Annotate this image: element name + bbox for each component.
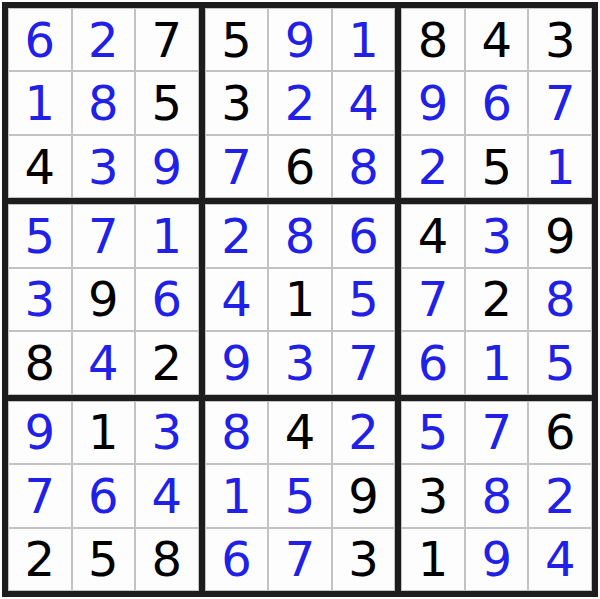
cell-r8c4[interactable]: 1 [205,464,269,527]
cell-r7c7[interactable]: 5 [401,401,465,464]
cell-r2c9[interactable]: 7 [528,71,592,134]
cell-r5c8[interactable]: 2 [465,268,529,331]
cell-r8c6[interactable]: 9 [332,464,396,527]
cell-r7c9[interactable]: 6 [528,401,592,464]
cell-r7c8[interactable]: 7 [465,401,529,464]
cell-r4c3[interactable]: 1 [135,204,199,267]
cell-r2c2[interactable]: 8 [72,71,136,134]
box-r3c2: 842159673 [205,401,396,591]
cell-r1c7[interactable]: 8 [401,8,465,71]
box-r2c3: 439728615 [401,204,592,394]
box-r2c2: 286415937 [205,204,396,394]
cell-r5c3[interactable]: 6 [135,268,199,331]
cell-r4c2[interactable]: 7 [72,204,136,267]
cell-r9c8[interactable]: 9 [465,528,529,591]
cell-r7c5[interactable]: 4 [268,401,332,464]
cell-r8c8[interactable]: 8 [465,464,529,527]
cell-r3c6[interactable]: 8 [332,135,396,198]
cell-r2c7[interactable]: 9 [401,71,465,134]
cell-r9c3[interactable]: 8 [135,528,199,591]
cell-r8c3[interactable]: 4 [135,464,199,527]
cell-r2c3[interactable]: 5 [135,71,199,134]
cell-r4c9[interactable]: 9 [528,204,592,267]
cell-r1c4[interactable]: 5 [205,8,269,71]
cell-r9c1[interactable]: 2 [8,528,72,591]
cell-r3c4[interactable]: 7 [205,135,269,198]
cell-r2c4[interactable]: 3 [205,71,269,134]
cell-r3c1[interactable]: 4 [8,135,72,198]
cell-r4c1[interactable]: 5 [8,204,72,267]
cell-r8c9[interactable]: 2 [528,464,592,527]
cell-r9c5[interactable]: 7 [268,528,332,591]
cell-r7c6[interactable]: 2 [332,401,396,464]
cell-r8c7[interactable]: 3 [401,464,465,527]
cell-r1c1[interactable]: 6 [8,8,72,71]
cell-r2c8[interactable]: 6 [465,71,529,134]
cell-r7c4[interactable]: 8 [205,401,269,464]
cell-r5c7[interactable]: 7 [401,268,465,331]
box-r1c2: 591324768 [205,8,396,198]
box-r3c1: 913764258 [8,401,199,591]
cell-r1c3[interactable]: 7 [135,8,199,71]
cell-r4c5[interactable]: 8 [268,204,332,267]
cell-r8c2[interactable]: 6 [72,464,136,527]
sudoku-page: 6271854395913247688439672515713968422864… [0,0,600,599]
box-r3c3: 576382194 [401,401,592,591]
cell-r5c9[interactable]: 8 [528,268,592,331]
cell-r6c7[interactable]: 6 [401,331,465,394]
cell-r6c1[interactable]: 8 [8,331,72,394]
cell-r9c9[interactable]: 4 [528,528,592,591]
cell-r9c7[interactable]: 1 [401,528,465,591]
cell-r8c1[interactable]: 7 [8,464,72,527]
cell-r5c1[interactable]: 3 [8,268,72,331]
cell-r1c2[interactable]: 2 [72,8,136,71]
sudoku-board: 6271854395913247688439672515713968422864… [2,2,598,597]
cell-r7c1[interactable]: 9 [8,401,72,464]
cell-r5c2[interactable]: 9 [72,268,136,331]
cell-r2c6[interactable]: 4 [332,71,396,134]
cell-r6c4[interactable]: 9 [205,331,269,394]
cell-r6c6[interactable]: 7 [332,331,396,394]
cell-r3c9[interactable]: 1 [528,135,592,198]
cell-r5c4[interactable]: 4 [205,268,269,331]
cell-r4c6[interactable]: 6 [332,204,396,267]
cell-r6c9[interactable]: 5 [528,331,592,394]
cell-r7c3[interactable]: 3 [135,401,199,464]
cell-r2c1[interactable]: 1 [8,71,72,134]
cell-r6c8[interactable]: 1 [465,331,529,394]
cell-r4c4[interactable]: 2 [205,204,269,267]
cell-r3c8[interactable]: 5 [465,135,529,198]
cell-r3c3[interactable]: 9 [135,135,199,198]
cell-r9c2[interactable]: 5 [72,528,136,591]
cell-r1c6[interactable]: 1 [332,8,396,71]
cell-r1c9[interactable]: 3 [528,8,592,71]
cell-r4c8[interactable]: 3 [465,204,529,267]
cell-r5c5[interactable]: 1 [268,268,332,331]
box-r1c3: 843967251 [401,8,592,198]
cell-r7c2[interactable]: 1 [72,401,136,464]
cell-r3c5[interactable]: 6 [268,135,332,198]
cell-r9c6[interactable]: 3 [332,528,396,591]
box-r2c1: 571396842 [8,204,199,394]
cell-r8c5[interactable]: 5 [268,464,332,527]
cell-r4c7[interactable]: 4 [401,204,465,267]
cell-r2c5[interactable]: 2 [268,71,332,134]
cell-r6c2[interactable]: 4 [72,331,136,394]
box-r1c1: 627185439 [8,8,199,198]
cell-r6c3[interactable]: 2 [135,331,199,394]
cell-r3c2[interactable]: 3 [72,135,136,198]
cell-r9c4[interactable]: 6 [205,528,269,591]
cell-r6c5[interactable]: 3 [268,331,332,394]
cell-r3c7[interactable]: 2 [401,135,465,198]
cell-r1c8[interactable]: 4 [465,8,529,71]
cell-r1c5[interactable]: 9 [268,8,332,71]
cell-r5c6[interactable]: 5 [332,268,396,331]
